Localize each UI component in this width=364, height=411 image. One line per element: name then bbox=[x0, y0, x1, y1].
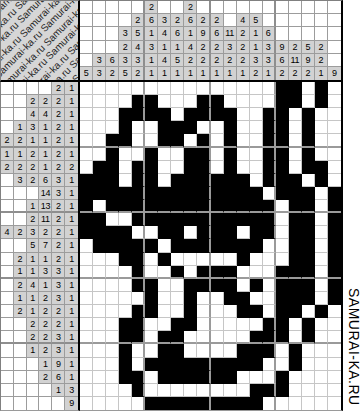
grid-cell[interactable] bbox=[106, 253, 119, 266]
grid-cell[interactable] bbox=[93, 266, 106, 279]
grid-cell[interactable] bbox=[197, 292, 210, 305]
grid-cell[interactable] bbox=[302, 161, 315, 174]
grid-cell[interactable] bbox=[145, 121, 158, 134]
grid-cell[interactable] bbox=[184, 239, 197, 252]
grid-cell[interactable] bbox=[158, 134, 171, 147]
grid-cell[interactable] bbox=[145, 253, 158, 266]
grid-cell[interactable] bbox=[328, 148, 341, 161]
grid-cell[interactable] bbox=[171, 161, 184, 174]
grid-cell[interactable] bbox=[93, 292, 106, 305]
grid-cell[interactable] bbox=[106, 397, 119, 410]
grid-cell[interactable] bbox=[171, 358, 184, 371]
grid-cell[interactable] bbox=[158, 121, 171, 134]
grid-cell[interactable] bbox=[237, 266, 250, 279]
grid-cell[interactable] bbox=[211, 200, 224, 213]
grid-cell[interactable] bbox=[224, 358, 237, 371]
grid-cell[interactable] bbox=[289, 305, 302, 318]
grid-cell[interactable] bbox=[197, 331, 210, 344]
grid-cell[interactable] bbox=[289, 344, 302, 357]
grid-cell[interactable] bbox=[158, 239, 171, 252]
grid-cell[interactable] bbox=[184, 253, 197, 266]
grid-cell[interactable] bbox=[197, 305, 210, 318]
grid-cell[interactable] bbox=[158, 397, 171, 410]
grid-cell[interactable] bbox=[171, 371, 184, 384]
grid-cell[interactable] bbox=[211, 305, 224, 318]
grid-cell[interactable] bbox=[250, 384, 263, 397]
grid-cell[interactable] bbox=[184, 384, 197, 397]
grid-cell[interactable] bbox=[119, 279, 132, 292]
grid-cell[interactable] bbox=[263, 187, 276, 200]
grid-cell[interactable] bbox=[119, 226, 132, 239]
grid-cell[interactable] bbox=[237, 318, 250, 331]
grid-cell[interactable] bbox=[119, 397, 132, 410]
grid-cell[interactable] bbox=[276, 200, 289, 213]
grid-cell[interactable] bbox=[106, 279, 119, 292]
grid-cell[interactable] bbox=[328, 174, 341, 187]
grid-cell[interactable] bbox=[171, 384, 184, 397]
grid-cell[interactable] bbox=[93, 358, 106, 371]
grid-cell[interactable] bbox=[145, 226, 158, 239]
grid-cell[interactable] bbox=[80, 108, 93, 121]
grid-cell[interactable] bbox=[80, 161, 93, 174]
grid-cell[interactable] bbox=[237, 331, 250, 344]
grid-cell[interactable] bbox=[197, 148, 210, 161]
grid-cell[interactable] bbox=[197, 266, 210, 279]
grid-cell[interactable] bbox=[250, 331, 263, 344]
grid-cell[interactable] bbox=[119, 174, 132, 187]
grid-cell[interactable] bbox=[263, 121, 276, 134]
grid-cell[interactable] bbox=[197, 121, 210, 134]
grid-cell[interactable] bbox=[250, 148, 263, 161]
grid-cell[interactable] bbox=[184, 200, 197, 213]
grid-cell[interactable] bbox=[171, 305, 184, 318]
grid-cell[interactable] bbox=[80, 318, 93, 331]
grid-cell[interactable] bbox=[158, 187, 171, 200]
grid-cell[interactable] bbox=[145, 344, 158, 357]
grid-cell[interactable] bbox=[250, 305, 263, 318]
grid-cell[interactable] bbox=[224, 82, 237, 95]
grid-cell[interactable] bbox=[197, 187, 210, 200]
grid-cell[interactable] bbox=[171, 174, 184, 187]
grid-cell[interactable] bbox=[132, 161, 145, 174]
grid-cell[interactable] bbox=[289, 279, 302, 292]
grid-cell[interactable] bbox=[224, 134, 237, 147]
grid-cell[interactable] bbox=[119, 344, 132, 357]
grid-cell[interactable] bbox=[158, 358, 171, 371]
grid-cell[interactable] bbox=[158, 148, 171, 161]
grid-cell[interactable] bbox=[315, 174, 328, 187]
grid-cell[interactable] bbox=[106, 344, 119, 357]
grid-cell[interactable] bbox=[328, 187, 341, 200]
grid-cell[interactable] bbox=[302, 397, 315, 410]
grid-cell[interactable] bbox=[250, 121, 263, 134]
grid-cell[interactable] bbox=[158, 213, 171, 226]
grid-cell[interactable] bbox=[211, 358, 224, 371]
grid-cell[interactable] bbox=[289, 161, 302, 174]
grid-cell[interactable] bbox=[302, 344, 315, 357]
grid-cell[interactable] bbox=[289, 266, 302, 279]
grid-cell[interactable] bbox=[315, 397, 328, 410]
grid-cell[interactable] bbox=[145, 279, 158, 292]
grid-cell[interactable] bbox=[302, 266, 315, 279]
grid-cell[interactable] bbox=[197, 384, 210, 397]
grid-cell[interactable] bbox=[132, 95, 145, 108]
grid-cell[interactable] bbox=[289, 292, 302, 305]
grid-cell[interactable] bbox=[315, 371, 328, 384]
grid-cell[interactable] bbox=[93, 213, 106, 226]
grid-cell[interactable] bbox=[211, 371, 224, 384]
grid-cell[interactable] bbox=[145, 82, 158, 95]
grid-cell[interactable] bbox=[276, 213, 289, 226]
grid-cell[interactable] bbox=[237, 134, 250, 147]
grid-cell[interactable] bbox=[276, 226, 289, 239]
grid-cell[interactable] bbox=[302, 358, 315, 371]
grid-cell[interactable] bbox=[224, 292, 237, 305]
grid-cell[interactable] bbox=[237, 292, 250, 305]
grid-cell[interactable] bbox=[197, 161, 210, 174]
grid-cell[interactable] bbox=[211, 134, 224, 147]
grid-cell[interactable] bbox=[106, 161, 119, 174]
grid-cell[interactable] bbox=[132, 108, 145, 121]
grid-cell[interactable] bbox=[80, 279, 93, 292]
grid-cell[interactable] bbox=[263, 148, 276, 161]
grid-cell[interactable] bbox=[132, 266, 145, 279]
grid-cell[interactable] bbox=[328, 253, 341, 266]
grid-cell[interactable] bbox=[328, 331, 341, 344]
grid-cell[interactable] bbox=[197, 95, 210, 108]
grid-cell[interactable] bbox=[289, 239, 302, 252]
grid-cell[interactable] bbox=[224, 397, 237, 410]
grid-cell[interactable] bbox=[250, 266, 263, 279]
grid-cell[interactable] bbox=[119, 95, 132, 108]
grid-cell[interactable] bbox=[224, 344, 237, 357]
grid-cell[interactable] bbox=[289, 121, 302, 134]
grid-cell[interactable] bbox=[302, 371, 315, 384]
grid-cell[interactable] bbox=[171, 331, 184, 344]
grid-cell[interactable] bbox=[184, 305, 197, 318]
grid-cell[interactable] bbox=[184, 148, 197, 161]
grid-cell[interactable] bbox=[80, 253, 93, 266]
grid-cell[interactable] bbox=[263, 82, 276, 95]
grid-cell[interactable] bbox=[237, 384, 250, 397]
grid-cell[interactable] bbox=[171, 213, 184, 226]
grid-cell[interactable] bbox=[237, 279, 250, 292]
grid-cell[interactable] bbox=[80, 187, 93, 200]
grid-cell[interactable] bbox=[145, 187, 158, 200]
grid-cell[interactable] bbox=[184, 358, 197, 371]
grid-cell[interactable] bbox=[328, 371, 341, 384]
grid-cell[interactable] bbox=[132, 397, 145, 410]
grid-cell[interactable] bbox=[132, 318, 145, 331]
grid-cell[interactable] bbox=[119, 134, 132, 147]
grid-cell[interactable] bbox=[106, 174, 119, 187]
grid-cell[interactable] bbox=[171, 239, 184, 252]
grid-cell[interactable] bbox=[184, 108, 197, 121]
grid-cell[interactable] bbox=[315, 134, 328, 147]
grid-cell[interactable] bbox=[302, 134, 315, 147]
grid-cell[interactable] bbox=[80, 239, 93, 252]
grid-cell[interactable] bbox=[93, 82, 106, 95]
grid-cell[interactable] bbox=[184, 397, 197, 410]
grid-cell[interactable] bbox=[80, 148, 93, 161]
grid-cell[interactable] bbox=[328, 161, 341, 174]
grid-cell[interactable] bbox=[93, 121, 106, 134]
grid-cell[interactable] bbox=[250, 239, 263, 252]
grid-cell[interactable] bbox=[197, 371, 210, 384]
grid-cell[interactable] bbox=[197, 226, 210, 239]
grid-cell[interactable] bbox=[106, 82, 119, 95]
grid-cell[interactable] bbox=[237, 253, 250, 266]
grid-cell[interactable] bbox=[289, 187, 302, 200]
grid-cell[interactable] bbox=[80, 371, 93, 384]
grid-cell[interactable] bbox=[315, 148, 328, 161]
grid-cell[interactable] bbox=[237, 397, 250, 410]
grid-cell[interactable] bbox=[237, 82, 250, 95]
grid-cell[interactable] bbox=[250, 187, 263, 200]
grid-cell[interactable] bbox=[263, 95, 276, 108]
grid-cell[interactable] bbox=[263, 174, 276, 187]
grid-cell[interactable] bbox=[276, 371, 289, 384]
grid-cell[interactable] bbox=[158, 174, 171, 187]
grid-cell[interactable] bbox=[224, 174, 237, 187]
grid-cell[interactable] bbox=[145, 174, 158, 187]
grid-cell[interactable] bbox=[263, 213, 276, 226]
grid-cell[interactable] bbox=[93, 384, 106, 397]
grid-cell[interactable] bbox=[80, 82, 93, 95]
grid-cell[interactable] bbox=[224, 161, 237, 174]
grid-cell[interactable] bbox=[263, 384, 276, 397]
grid-cell[interactable] bbox=[132, 384, 145, 397]
grid-cell[interactable] bbox=[145, 108, 158, 121]
grid-cell[interactable] bbox=[80, 397, 93, 410]
grid-cell[interactable] bbox=[263, 226, 276, 239]
grid-cell[interactable] bbox=[184, 266, 197, 279]
grid-cell[interactable] bbox=[80, 331, 93, 344]
grid-cell[interactable] bbox=[276, 174, 289, 187]
grid-cell[interactable] bbox=[237, 213, 250, 226]
grid-cell[interactable] bbox=[119, 82, 132, 95]
grid-cell[interactable] bbox=[119, 371, 132, 384]
grid-cell[interactable] bbox=[93, 226, 106, 239]
grid-cell[interactable] bbox=[119, 187, 132, 200]
grid-cell[interactable] bbox=[224, 384, 237, 397]
grid-cell[interactable] bbox=[250, 318, 263, 331]
grid-cell[interactable] bbox=[106, 95, 119, 108]
grid-cell[interactable] bbox=[276, 279, 289, 292]
grid-cell[interactable] bbox=[224, 226, 237, 239]
grid-cell[interactable] bbox=[132, 344, 145, 357]
grid-cell[interactable] bbox=[302, 318, 315, 331]
grid-cell[interactable] bbox=[328, 266, 341, 279]
grid-cell[interactable] bbox=[106, 371, 119, 384]
grid-cell[interactable] bbox=[119, 108, 132, 121]
grid-cell[interactable] bbox=[315, 266, 328, 279]
grid-cell[interactable] bbox=[263, 108, 276, 121]
grid-cell[interactable] bbox=[158, 95, 171, 108]
grid-cell[interactable] bbox=[302, 239, 315, 252]
grid-cell[interactable] bbox=[276, 358, 289, 371]
grid-cell[interactable] bbox=[211, 279, 224, 292]
grid-cell[interactable] bbox=[197, 82, 210, 95]
grid-cell[interactable] bbox=[276, 253, 289, 266]
grid-cell[interactable] bbox=[132, 239, 145, 252]
grid-cell[interactable] bbox=[224, 279, 237, 292]
grid-cell[interactable] bbox=[289, 331, 302, 344]
grid-cell[interactable] bbox=[315, 82, 328, 95]
grid-cell[interactable] bbox=[211, 253, 224, 266]
grid-cell[interactable] bbox=[237, 174, 250, 187]
grid-cell[interactable] bbox=[224, 253, 237, 266]
grid-cell[interactable] bbox=[224, 371, 237, 384]
grid-cell[interactable] bbox=[132, 82, 145, 95]
grid-cell[interactable] bbox=[93, 371, 106, 384]
grid-cell[interactable] bbox=[93, 108, 106, 121]
grid-cell[interactable] bbox=[197, 134, 210, 147]
grid-cell[interactable] bbox=[171, 187, 184, 200]
grid-cell[interactable] bbox=[197, 344, 210, 357]
grid-cell[interactable] bbox=[302, 187, 315, 200]
grid-cell[interactable] bbox=[224, 305, 237, 318]
grid-cell[interactable] bbox=[289, 253, 302, 266]
grid-cell[interactable] bbox=[184, 121, 197, 134]
grid-cell[interactable] bbox=[158, 226, 171, 239]
grid-cell[interactable] bbox=[145, 200, 158, 213]
grid-cell[interactable] bbox=[276, 331, 289, 344]
grid-cell[interactable] bbox=[106, 331, 119, 344]
grid-cell[interactable] bbox=[237, 358, 250, 371]
grid-cell[interactable] bbox=[302, 213, 315, 226]
grid-cell[interactable] bbox=[315, 108, 328, 121]
grid-cell[interactable] bbox=[276, 121, 289, 134]
grid-cell[interactable] bbox=[106, 108, 119, 121]
grid-cell[interactable] bbox=[328, 305, 341, 318]
grid-cell[interactable] bbox=[106, 200, 119, 213]
grid-cell[interactable] bbox=[276, 292, 289, 305]
grid-cell[interactable] bbox=[315, 226, 328, 239]
grid-cell[interactable] bbox=[315, 331, 328, 344]
grid-cell[interactable] bbox=[328, 95, 341, 108]
grid-cell[interactable] bbox=[302, 384, 315, 397]
grid-cell[interactable] bbox=[237, 108, 250, 121]
grid-cell[interactable] bbox=[80, 305, 93, 318]
grid-cell[interactable] bbox=[263, 134, 276, 147]
grid-cell[interactable] bbox=[250, 397, 263, 410]
grid-cell[interactable] bbox=[263, 239, 276, 252]
grid-cell[interactable] bbox=[132, 187, 145, 200]
grid-cell[interactable] bbox=[184, 213, 197, 226]
grid-cell[interactable] bbox=[184, 318, 197, 331]
grid-cell[interactable] bbox=[302, 82, 315, 95]
grid-cell[interactable] bbox=[119, 384, 132, 397]
grid-cell[interactable] bbox=[263, 318, 276, 331]
grid-cell[interactable] bbox=[158, 279, 171, 292]
grid-cell[interactable] bbox=[171, 344, 184, 357]
grid-cell[interactable] bbox=[328, 134, 341, 147]
grid-cell[interactable] bbox=[276, 187, 289, 200]
grid-cell[interactable] bbox=[145, 305, 158, 318]
grid-cell[interactable] bbox=[276, 148, 289, 161]
grid-cell[interactable] bbox=[315, 305, 328, 318]
grid-cell[interactable] bbox=[250, 134, 263, 147]
grid-cell[interactable] bbox=[224, 108, 237, 121]
grid-cell[interactable] bbox=[315, 318, 328, 331]
grid-cell[interactable] bbox=[328, 279, 341, 292]
grid-cell[interactable] bbox=[211, 187, 224, 200]
grid-cell[interactable] bbox=[289, 148, 302, 161]
grid-cell[interactable] bbox=[197, 397, 210, 410]
grid-cell[interactable] bbox=[145, 384, 158, 397]
grid-cell[interactable] bbox=[132, 292, 145, 305]
grid-cell[interactable] bbox=[158, 108, 171, 121]
grid-cell[interactable] bbox=[184, 292, 197, 305]
grid-cell[interactable] bbox=[197, 358, 210, 371]
grid-cell[interactable] bbox=[184, 344, 197, 357]
grid-cell[interactable] bbox=[132, 226, 145, 239]
grid-cell[interactable] bbox=[171, 95, 184, 108]
grid-cell[interactable] bbox=[145, 213, 158, 226]
grid-cell[interactable] bbox=[158, 305, 171, 318]
grid-cell[interactable] bbox=[302, 148, 315, 161]
grid-cell[interactable] bbox=[145, 161, 158, 174]
grid-cell[interactable] bbox=[132, 371, 145, 384]
grid-cell[interactable] bbox=[263, 279, 276, 292]
grid-cell[interactable] bbox=[132, 358, 145, 371]
grid-cell[interactable] bbox=[224, 239, 237, 252]
grid-cell[interactable] bbox=[158, 344, 171, 357]
grid-cell[interactable] bbox=[237, 200, 250, 213]
grid-cell[interactable] bbox=[145, 331, 158, 344]
grid-cell[interactable] bbox=[328, 384, 341, 397]
grid-cell[interactable] bbox=[276, 266, 289, 279]
grid-cell[interactable] bbox=[237, 161, 250, 174]
grid-cell[interactable] bbox=[93, 318, 106, 331]
grid-cell[interactable] bbox=[171, 318, 184, 331]
grid-cell[interactable] bbox=[184, 371, 197, 384]
grid-cell[interactable] bbox=[211, 82, 224, 95]
grid-cell[interactable] bbox=[158, 384, 171, 397]
grid-cell[interactable] bbox=[211, 95, 224, 108]
grid-cell[interactable] bbox=[263, 253, 276, 266]
grid-cell[interactable] bbox=[80, 344, 93, 357]
grid-cell[interactable] bbox=[315, 213, 328, 226]
grid-cell[interactable] bbox=[80, 292, 93, 305]
grid-cell[interactable] bbox=[328, 82, 341, 95]
grid-cell[interactable] bbox=[302, 253, 315, 266]
grid-cell[interactable] bbox=[184, 226, 197, 239]
grid-cell[interactable] bbox=[211, 161, 224, 174]
grid-cell[interactable] bbox=[237, 95, 250, 108]
grid-cell[interactable] bbox=[276, 384, 289, 397]
grid-cell[interactable] bbox=[119, 358, 132, 371]
grid-cell[interactable] bbox=[119, 266, 132, 279]
grid-cell[interactable] bbox=[132, 253, 145, 266]
grid-cell[interactable] bbox=[302, 108, 315, 121]
grid-cell[interactable] bbox=[250, 95, 263, 108]
grid-cell[interactable] bbox=[145, 397, 158, 410]
grid-cell[interactable] bbox=[145, 148, 158, 161]
grid-cell[interactable] bbox=[93, 95, 106, 108]
grid-cell[interactable] bbox=[93, 279, 106, 292]
grid-cell[interactable] bbox=[237, 226, 250, 239]
grid-cell[interactable] bbox=[197, 279, 210, 292]
grid-cell[interactable] bbox=[132, 213, 145, 226]
grid-cell[interactable] bbox=[328, 358, 341, 371]
grid-cell[interactable] bbox=[93, 397, 106, 410]
grid-cell[interactable] bbox=[80, 213, 93, 226]
grid-cell[interactable] bbox=[250, 174, 263, 187]
grid-cell[interactable] bbox=[276, 108, 289, 121]
grid-cell[interactable] bbox=[289, 82, 302, 95]
